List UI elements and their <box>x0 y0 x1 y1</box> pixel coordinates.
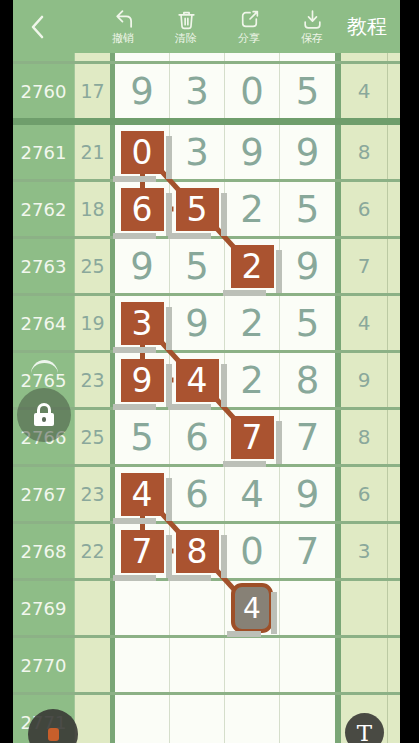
save-icon <box>301 8 324 31</box>
digit-cell[interactable] <box>170 581 225 635</box>
sum-cell: 19 <box>75 296 110 350</box>
digit-cell[interactable] <box>225 695 280 743</box>
digit-cell[interactable]: 8 <box>170 524 225 578</box>
digit-cell[interactable] <box>225 638 280 692</box>
result-cell: 3 <box>341 524 387 578</box>
mark-box[interactable]: 2 <box>231 245 274 288</box>
digit-cell[interactable] <box>280 581 335 635</box>
digit-cell[interactable]: 0 <box>225 64 280 118</box>
share-button[interactable]: 分享 <box>227 8 271 45</box>
partial-column-cell <box>388 410 400 464</box>
trend-chart-table: 2760179305427612103998276218652562763259… <box>13 53 400 743</box>
result-cell: 8 <box>341 410 387 464</box>
digit-cell[interactable]: 5 <box>280 296 335 350</box>
back-button[interactable] <box>13 0 63 53</box>
result-cell: 9 <box>341 353 387 407</box>
digit-cell[interactable]: 9 <box>280 125 335 179</box>
partial-column-cell <box>388 695 400 743</box>
partial-column-cell <box>388 638 400 692</box>
pen-nib-icon <box>48 728 59 741</box>
digit-cell[interactable] <box>170 638 225 692</box>
share-label: 分享 <box>238 32 260 45</box>
digit-cell[interactable]: 6 <box>170 410 225 464</box>
mark-box[interactable]: 8 <box>176 530 219 573</box>
clear-button[interactable]: 清除 <box>164 8 208 45</box>
chart-row-2767: 27672346496 <box>13 467 400 521</box>
mark-box[interactable]: 6 <box>121 188 164 231</box>
partial-cell <box>13 53 75 61</box>
result-cell: 4 <box>341 64 387 118</box>
chart-row-2768: 27682278073 <box>13 524 400 578</box>
digit-cell[interactable]: 9 <box>115 64 170 118</box>
sum-cell: 17 <box>75 64 110 118</box>
clear-label: 清除 <box>175 32 197 45</box>
digit-cell[interactable]: 6 <box>170 467 225 521</box>
mark-box[interactable]: 3 <box>121 302 164 345</box>
chart-row-2769: 27694 <box>13 581 400 635</box>
period-cell: 2769 <box>13 581 75 635</box>
digit-cell[interactable]: 2 <box>225 182 280 236</box>
undo-label: 撤销 <box>112 32 134 45</box>
sum-cell <box>75 638 110 692</box>
digit-cell[interactable]: 3 <box>170 125 225 179</box>
result-cell: 6 <box>341 182 387 236</box>
mark-box[interactable]: 9 <box>121 359 164 402</box>
sum-cell <box>75 695 110 743</box>
chart-row-2766: 27662556778 <box>13 410 400 464</box>
digit-cell[interactable]: 4 <box>225 467 280 521</box>
digit-cell[interactable]: 8 <box>280 353 335 407</box>
chart-row-partial <box>13 53 400 61</box>
digit-cell[interactable]: 6 <box>115 182 170 236</box>
digit-cell[interactable]: 7 <box>280 410 335 464</box>
result-cell <box>341 581 387 635</box>
sum-cell: 25 <box>75 410 110 464</box>
undo-icon <box>112 8 135 31</box>
period-cell: 2761 <box>13 125 75 179</box>
digit-cell[interactable]: 0 <box>115 125 170 179</box>
period-cell: 2764 <box>13 296 75 350</box>
partial-column-cell <box>388 524 400 578</box>
period-cell: 2770 <box>13 638 75 692</box>
digit-cell[interactable]: 9 <box>280 239 335 293</box>
partial-column-cell <box>388 581 400 635</box>
trash-icon <box>175 8 198 31</box>
chart-row-2760: 27601793054 <box>13 64 400 118</box>
partial-cell <box>341 53 387 61</box>
sum-cell: 21 <box>75 125 110 179</box>
lock-icon <box>32 403 56 427</box>
chart-row-2764: 27641939254 <box>13 296 400 350</box>
period-cell: 2763 <box>13 239 75 293</box>
result-cell: 7 <box>341 239 387 293</box>
mark-box[interactable]: 4 <box>176 359 219 402</box>
sum-cell: 18 <box>75 182 110 236</box>
row-divider <box>13 118 400 125</box>
digit-cell[interactable]: 2 <box>225 296 280 350</box>
partial-cell <box>170 53 225 61</box>
mark-box[interactable]: 4 <box>121 473 164 516</box>
chart-row-2762: 27621865256 <box>13 182 400 236</box>
digit-cell[interactable]: 7 <box>225 410 280 464</box>
sum-cell <box>75 581 110 635</box>
digit-cell[interactable]: 4 <box>170 353 225 407</box>
digit-cell[interactable] <box>115 695 170 743</box>
partial-column-cell <box>388 64 400 118</box>
toolbar: 撤销 清除 分享 保存 教程 <box>13 0 400 53</box>
pending-mark-box[interactable]: 4 <box>231 583 273 633</box>
lock-button[interactable] <box>17 388 71 442</box>
partial-column-cell <box>388 467 400 521</box>
digit-cell[interactable] <box>280 638 335 692</box>
digit-cell[interactable]: 2 <box>225 353 280 407</box>
digit-cell[interactable]: 5 <box>280 182 335 236</box>
partial-cell <box>75 53 110 61</box>
sum-cell: 22 <box>75 524 110 578</box>
digit-cell[interactable] <box>280 695 335 743</box>
tutorial-button[interactable]: 教程 <box>347 13 387 40</box>
chart-row-2770: 2770 <box>13 638 400 692</box>
share-icon <box>238 8 261 31</box>
mark-box[interactable]: 0 <box>121 131 164 174</box>
digit-cell[interactable]: 0 <box>225 524 280 578</box>
digit-cell[interactable]: 7 <box>115 524 170 578</box>
result-cell: 6 <box>341 467 387 521</box>
result-cell: 8 <box>341 125 387 179</box>
result-cell <box>341 638 387 692</box>
sum-cell: 23 <box>75 353 110 407</box>
chart-row-2765: 27652394289 <box>13 353 400 407</box>
period-cell: 2768 <box>13 524 75 578</box>
partial-column-cell <box>388 125 400 179</box>
partial-cell <box>388 53 400 61</box>
digit-cell[interactable]: 5 <box>170 239 225 293</box>
digit-cell[interactable] <box>170 695 225 743</box>
period-cell: 2767 <box>13 467 75 521</box>
mark-box[interactable]: 7 <box>231 416 274 459</box>
digit-cell[interactable]: 4 <box>225 581 280 635</box>
digit-cell[interactable]: 3 <box>170 64 225 118</box>
digit-cell[interactable]: 9 <box>225 125 280 179</box>
period-cell: 2760 <box>13 64 75 118</box>
partial-column-cell <box>388 296 400 350</box>
partial-column-cell <box>388 182 400 236</box>
period-cell: 2762 <box>13 182 75 236</box>
sum-cell: 23 <box>75 467 110 521</box>
back-chevron-icon <box>27 11 49 43</box>
partial-column-cell <box>388 353 400 407</box>
digit-cell[interactable]: 5 <box>280 64 335 118</box>
sum-cell: 25 <box>75 239 110 293</box>
digit-cell[interactable]: 9 <box>115 239 170 293</box>
digit-cell[interactable]: 7 <box>280 524 335 578</box>
digit-cell[interactable] <box>115 638 170 692</box>
digit-cell[interactable]: 5 <box>170 182 225 236</box>
digit-cell[interactable]: 2 <box>225 239 280 293</box>
partial-cell <box>225 53 280 61</box>
mark-box[interactable]: 7 <box>121 530 164 573</box>
chart-row-2763: 27632595297 <box>13 239 400 293</box>
mark-box[interactable]: 5 <box>176 188 219 231</box>
toolbar-button-group: 撤销 清除 分享 保存 <box>101 8 334 45</box>
undo-button[interactable]: 撤销 <box>101 8 145 45</box>
app-screen: 撤销 清除 分享 保存 教程 27 <box>0 0 419 743</box>
save-button[interactable]: 保存 <box>290 8 334 45</box>
digit-cell[interactable]: 9 <box>280 467 335 521</box>
digit-cell[interactable] <box>115 581 170 635</box>
partial-cell <box>280 53 335 61</box>
digit-cell[interactable]: 5 <box>115 410 170 464</box>
partial-column-cell <box>388 239 400 293</box>
digit-cell[interactable]: 4 <box>115 467 170 521</box>
digit-cell[interactable]: 9 <box>115 353 170 407</box>
digit-cell[interactable]: 9 <box>170 296 225 350</box>
chart-row-2761: 27612103998 <box>13 125 400 179</box>
result-cell: 4 <box>341 296 387 350</box>
partial-cell <box>115 53 170 61</box>
save-label: 保存 <box>301 32 323 45</box>
digit-cell[interactable]: 3 <box>115 296 170 350</box>
